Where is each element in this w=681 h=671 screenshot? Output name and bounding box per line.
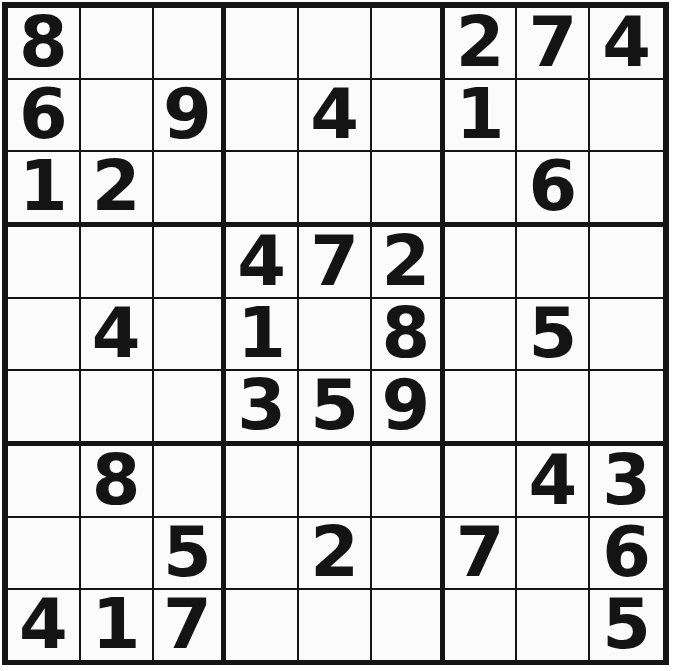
given-digit: 5 — [163, 517, 212, 587]
sudoku-cell-r1c8: 7 — [517, 8, 590, 80]
given-digit: 1 — [92, 589, 141, 659]
sudoku-cell-r4c8[interactable] — [517, 227, 590, 299]
sudoku-cell-r9c3: 7 — [154, 590, 227, 660]
sudoku-cell-r4c3[interactable] — [154, 227, 227, 299]
sudoku-cell-r3c4[interactable] — [226, 152, 299, 227]
sudoku-cell-r1c5[interactable] — [299, 8, 372, 80]
given-digit: 7 — [310, 226, 359, 296]
sudoku-cell-r6c9[interactable] — [590, 371, 663, 446]
sudoku-cell-r4c1[interactable] — [8, 227, 81, 299]
sudoku-cell-r3c1: 1 — [8, 152, 81, 227]
sudoku-cell-r5c6: 8 — [372, 299, 445, 371]
given-digit: 6 — [19, 79, 68, 149]
sudoku-cell-r6c6: 9 — [372, 371, 445, 446]
given-digit: 4 — [19, 589, 68, 659]
sudoku-cell-r8c4[interactable] — [226, 518, 299, 590]
sudoku-cell-r3c6[interactable] — [372, 152, 445, 227]
given-digit: 3 — [602, 445, 651, 515]
sudoku-cell-r4c7[interactable] — [445, 227, 518, 299]
sudoku-cell-r6c3[interactable] — [154, 371, 227, 446]
sudoku-cell-r2c9[interactable] — [590, 80, 663, 152]
sudoku-cell-r8c9: 6 — [590, 518, 663, 590]
sudoku-cell-r3c9[interactable] — [590, 152, 663, 227]
sudoku-cell-r8c7: 7 — [445, 518, 518, 590]
sudoku-cell-r7c7[interactable] — [445, 446, 518, 518]
sudoku-cell-r5c7[interactable] — [445, 299, 518, 371]
sudoku-cell-r2c6[interactable] — [372, 80, 445, 152]
sudoku-cell-r8c5: 2 — [299, 518, 372, 590]
sudoku-cell-r1c9: 4 — [590, 8, 663, 80]
given-digit: 4 — [92, 298, 141, 368]
given-digit: 1 — [237, 298, 286, 368]
given-digit: 4 — [602, 7, 651, 77]
given-digit: 8 — [19, 7, 68, 77]
sudoku-cell-r4c2[interactable] — [81, 227, 154, 299]
sudoku-cell-r7c5[interactable] — [299, 446, 372, 518]
sudoku-cell-r9c9: 5 — [590, 590, 663, 660]
given-digit: 8 — [381, 298, 430, 368]
sudoku-cell-r7c1[interactable] — [8, 446, 81, 518]
given-digit: 3 — [237, 370, 286, 440]
sudoku-cell-r3c8: 6 — [517, 152, 590, 227]
sudoku-cell-r2c2[interactable] — [81, 80, 154, 152]
sudoku-cell-r5c3[interactable] — [154, 299, 227, 371]
sudoku-cell-r4c4: 4 — [226, 227, 299, 299]
sudoku-puzzle-page: 82746941126472418535984352764175 — [0, 0, 681, 671]
sudoku-cell-r9c7[interactable] — [445, 590, 518, 660]
sudoku-cell-r6c5: 5 — [299, 371, 372, 446]
sudoku-cell-r2c5: 4 — [299, 80, 372, 152]
given-digit: 5 — [310, 370, 359, 440]
given-digit: 7 — [456, 517, 505, 587]
sudoku-cell-r2c4[interactable] — [226, 80, 299, 152]
sudoku-cell-r2c8[interactable] — [517, 80, 590, 152]
sudoku-cell-r2c3: 9 — [154, 80, 227, 152]
given-digit: 9 — [381, 370, 430, 440]
given-digit: 5 — [602, 589, 651, 659]
given-digit: 7 — [528, 7, 577, 77]
sudoku-cell-r6c1[interactable] — [8, 371, 81, 446]
given-digit: 2 — [92, 151, 141, 221]
given-digit: 6 — [528, 151, 577, 221]
sudoku-cell-r2c1: 6 — [8, 80, 81, 152]
given-digit: 4 — [310, 79, 359, 149]
sudoku-cell-r5c9[interactable] — [590, 299, 663, 371]
sudoku-cell-r7c6[interactable] — [372, 446, 445, 518]
given-digit: 6 — [602, 517, 651, 587]
given-digit: 1 — [19, 151, 68, 221]
given-digit: 4 — [237, 226, 286, 296]
sudoku-cell-r7c2: 8 — [81, 446, 154, 518]
sudoku-cell-r9c5[interactable] — [299, 590, 372, 660]
sudoku-cell-r9c8[interactable] — [517, 590, 590, 660]
sudoku-cell-r7c9: 3 — [590, 446, 663, 518]
sudoku-cell-r6c2[interactable] — [81, 371, 154, 446]
sudoku-cell-r4c6: 2 — [372, 227, 445, 299]
given-digit: 1 — [456, 79, 505, 149]
given-digit: 8 — [92, 445, 141, 515]
sudoku-cell-r5c5[interactable] — [299, 299, 372, 371]
sudoku-cell-r3c2: 2 — [81, 152, 154, 227]
sudoku-cell-r8c6[interactable] — [372, 518, 445, 590]
sudoku-cell-r5c8: 5 — [517, 299, 590, 371]
sudoku-cell-r1c6[interactable] — [372, 8, 445, 80]
sudoku-cell-r9c6[interactable] — [372, 590, 445, 660]
sudoku-cell-r5c4: 1 — [226, 299, 299, 371]
sudoku-cell-r6c7[interactable] — [445, 371, 518, 446]
sudoku-cell-r7c3[interactable] — [154, 446, 227, 518]
given-digit: 4 — [528, 445, 577, 515]
sudoku-cell-r8c8[interactable] — [517, 518, 590, 590]
sudoku-cell-r1c1: 8 — [8, 8, 81, 80]
sudoku-cell-r4c9[interactable] — [590, 227, 663, 299]
sudoku-cell-r9c1: 4 — [8, 590, 81, 660]
sudoku-cell-r8c1[interactable] — [8, 518, 81, 590]
sudoku-board: 82746941126472418535984352764175 — [2, 2, 669, 665]
sudoku-cell-r3c5[interactable] — [299, 152, 372, 227]
sudoku-cell-r5c1[interactable] — [8, 299, 81, 371]
sudoku-cell-r7c4[interactable] — [226, 446, 299, 518]
sudoku-cell-r8c2[interactable] — [81, 518, 154, 590]
given-digit: 7 — [163, 589, 212, 659]
sudoku-cell-r1c4[interactable] — [226, 8, 299, 80]
sudoku-cell-r7c8: 4 — [517, 446, 590, 518]
sudoku-cell-r6c8[interactable] — [517, 371, 590, 446]
sudoku-cell-r5c2: 4 — [81, 299, 154, 371]
sudoku-cell-r3c3[interactable] — [154, 152, 227, 227]
sudoku-cell-r4c5: 7 — [299, 227, 372, 299]
sudoku-cell-r9c2: 1 — [81, 590, 154, 660]
given-digit: 2 — [381, 226, 430, 296]
sudoku-cell-r1c2[interactable] — [81, 8, 154, 80]
given-digit: 5 — [528, 298, 577, 368]
given-digit: 2 — [456, 7, 505, 77]
sudoku-cell-r6c4: 3 — [226, 371, 299, 446]
sudoku-cell-r2c7: 1 — [445, 80, 518, 152]
sudoku-cell-r1c7: 2 — [445, 8, 518, 80]
sudoku-cell-r9c4[interactable] — [226, 590, 299, 660]
sudoku-cell-r3c7[interactable] — [445, 152, 518, 227]
given-digit: 2 — [310, 517, 359, 587]
sudoku-cell-r1c3[interactable] — [154, 8, 227, 80]
sudoku-cell-r8c3: 5 — [154, 518, 227, 590]
given-digit: 9 — [163, 79, 212, 149]
